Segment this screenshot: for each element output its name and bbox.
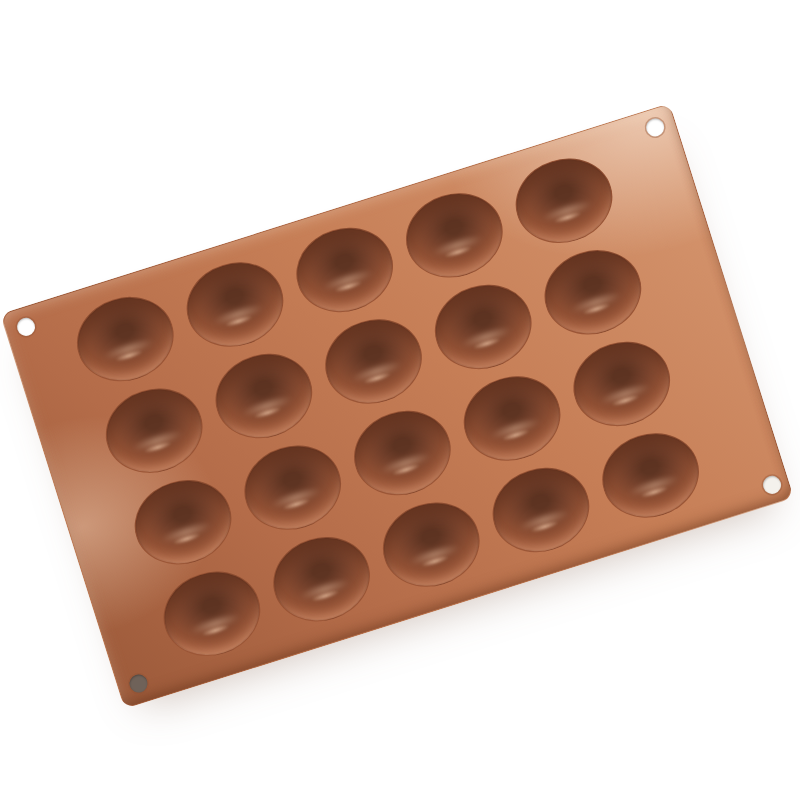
mold-cavity-r2-c5 bbox=[534, 238, 652, 347]
mold-cavity-r4-c1 bbox=[153, 559, 271, 668]
photo-background bbox=[0, 0, 800, 800]
mold-cavity-r4-c3 bbox=[372, 490, 490, 599]
silicone-mold bbox=[0, 103, 794, 709]
mold-cavity-r1-c4 bbox=[395, 181, 513, 290]
mold-cavity-r3-c2 bbox=[233, 433, 351, 542]
mold-cavity-r4-c5 bbox=[591, 421, 709, 530]
hanging-hole-bottom-right bbox=[761, 474, 784, 497]
mold-cavity-r3-c1 bbox=[124, 467, 242, 576]
mold-cavity-r3-c3 bbox=[343, 398, 461, 507]
mold-cavity-r1-c5 bbox=[505, 146, 623, 255]
mold-cavity-r4-c4 bbox=[482, 455, 600, 564]
mold-cavity-r4-c2 bbox=[262, 524, 380, 633]
mold-cavity-r2-c2 bbox=[204, 341, 322, 450]
mold-cavity-r2-c1 bbox=[95, 376, 213, 485]
hanging-hole-top-left bbox=[15, 316, 38, 339]
mold-cavity-r3-c5 bbox=[562, 329, 680, 438]
mold-cavity-r2-c4 bbox=[424, 272, 542, 381]
mold-cavity-r1-c1 bbox=[66, 284, 184, 393]
mold-cavity-r1-c2 bbox=[176, 250, 294, 359]
mold-cavity-r1-c3 bbox=[285, 215, 403, 324]
mold-cavity-r2-c3 bbox=[314, 307, 432, 416]
cavity-grid bbox=[1, 104, 669, 314]
hanging-hole-top-right bbox=[644, 116, 667, 139]
hanging-hole-bottom-left bbox=[127, 672, 150, 695]
mold-cavity-r3-c4 bbox=[453, 364, 571, 473]
